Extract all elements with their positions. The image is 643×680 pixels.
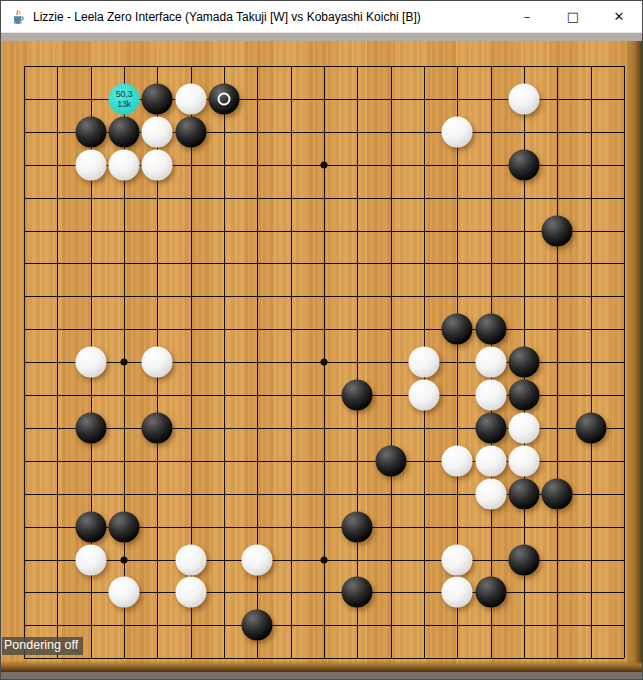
grid-line xyxy=(24,658,624,659)
grid-line xyxy=(357,66,358,658)
star-point xyxy=(320,556,327,563)
black-stone xyxy=(475,412,506,443)
black-stone xyxy=(242,610,273,641)
white-stone xyxy=(475,478,506,509)
window-title: Lizzie - Leela Zero Interface (Yamada Ta… xyxy=(33,10,504,24)
black-stone xyxy=(75,116,106,147)
white-stone xyxy=(175,577,206,608)
white-stone xyxy=(475,445,506,476)
black-stone xyxy=(342,511,373,542)
candidate-visits: 13k xyxy=(117,99,131,109)
white-stone xyxy=(475,347,506,378)
grid-line xyxy=(557,66,558,658)
grid-line xyxy=(24,625,624,626)
white-stone xyxy=(442,116,473,147)
black-stone xyxy=(475,314,506,345)
black-stone xyxy=(375,445,406,476)
white-stone xyxy=(75,149,106,180)
board-bottom-bevel xyxy=(1,661,643,672)
white-stone xyxy=(175,83,206,114)
black-stone xyxy=(342,577,373,608)
title-bar: Lizzie - Leela Zero Interface (Yamada Ta… xyxy=(1,1,642,33)
white-stone xyxy=(108,149,139,180)
pondering-status: Pondering off xyxy=(2,637,83,655)
black-stone xyxy=(175,116,206,147)
white-stone xyxy=(442,445,473,476)
white-stone xyxy=(408,347,439,378)
white-stone xyxy=(142,116,173,147)
maximize-button[interactable]: □ xyxy=(550,1,596,32)
goban[interactable]: 50,313k xyxy=(1,41,642,669)
title-bar-lower-strip xyxy=(1,33,642,41)
white-stone xyxy=(442,544,473,575)
black-stone xyxy=(142,412,173,443)
java-icon xyxy=(10,9,26,25)
black-stone xyxy=(75,412,106,443)
black-stone xyxy=(508,347,539,378)
minimize-button[interactable]: – xyxy=(504,1,550,32)
white-stone xyxy=(175,544,206,575)
star-point xyxy=(120,359,127,366)
black-stone xyxy=(508,380,539,411)
black-stone xyxy=(108,511,139,542)
white-stone xyxy=(242,544,273,575)
black-stone xyxy=(508,149,539,180)
white-stone xyxy=(508,445,539,476)
black-stone xyxy=(542,478,573,509)
white-stone xyxy=(475,380,506,411)
black-stone xyxy=(208,83,239,114)
candidate-move[interactable]: 50,313k xyxy=(108,83,139,114)
star-point xyxy=(320,359,327,366)
black-stone xyxy=(108,116,139,147)
star-point xyxy=(120,556,127,563)
black-stone xyxy=(442,314,473,345)
white-stone xyxy=(142,347,173,378)
star-point xyxy=(320,161,327,168)
white-stone xyxy=(442,577,473,608)
grid-line xyxy=(391,66,392,658)
black-stone xyxy=(542,215,573,246)
lizzie-window: Lizzie - Leela Zero Interface (Yamada Ta… xyxy=(0,0,643,680)
white-stone xyxy=(75,544,106,575)
close-button[interactable]: ✕ xyxy=(596,1,642,32)
white-stone xyxy=(508,83,539,114)
black-stone xyxy=(142,83,173,114)
window-controls: – □ ✕ xyxy=(504,1,642,32)
black-stone xyxy=(75,511,106,542)
black-stone xyxy=(342,380,373,411)
white-stone xyxy=(508,412,539,443)
grid-line xyxy=(591,66,592,658)
black-stone xyxy=(508,544,539,575)
white-stone xyxy=(108,577,139,608)
black-stone xyxy=(475,577,506,608)
white-stone xyxy=(142,149,173,180)
last-move-marker xyxy=(217,92,230,105)
white-stone xyxy=(75,347,106,378)
white-stone xyxy=(408,380,439,411)
candidate-winrate: 50,3 xyxy=(116,89,132,99)
board-right-bevel xyxy=(625,41,642,669)
black-stone xyxy=(508,478,539,509)
black-stone xyxy=(575,412,606,443)
